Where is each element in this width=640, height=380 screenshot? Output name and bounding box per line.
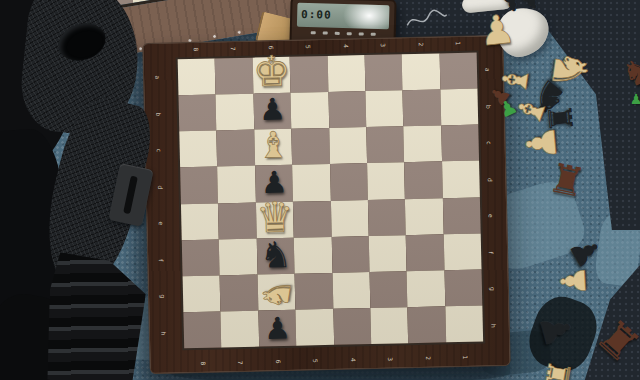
cable-squiggle (404, 6, 450, 35)
square-g4[interactable] (332, 272, 370, 309)
square-d4[interactable] (330, 163, 368, 200)
square-c7[interactable] (217, 130, 255, 167)
clock-button (346, 32, 351, 35)
square-b4[interactable] (328, 91, 366, 128)
clock-buttons (292, 31, 394, 37)
clock-lcd: 0:00 (297, 3, 390, 29)
file-label-right-b: b (485, 105, 492, 109)
file-label-left-b: b (155, 112, 162, 116)
square-b8[interactable] (178, 95, 216, 132)
brown-rook-standing[interactable]: ♜ (545, 157, 588, 204)
square-c8[interactable] (179, 131, 217, 168)
file-label-right-e: e (488, 214, 495, 218)
square-f4[interactable] (331, 236, 369, 273)
file-label-right-c: c (486, 141, 493, 144)
square-h7[interactable] (221, 310, 259, 347)
square-e8[interactable] (181, 203, 219, 240)
file-label-right-a: a (484, 68, 491, 72)
square-g7[interactable] (220, 274, 258, 311)
piece-black-knight-f6[interactable]: ♞ (259, 237, 292, 274)
piece-white-king-a6[interactable]: ♚ (252, 51, 291, 94)
piece-white-knight-g6-fallen[interactable]: ♞ (257, 276, 297, 313)
piece-black-pawn-b6[interactable]: ♟ (259, 94, 287, 125)
clock-time-display: 0:00 (301, 8, 332, 22)
square-e4[interactable] (330, 200, 368, 237)
square-g1[interactable] (444, 269, 482, 306)
file-label-right-d: d (487, 178, 494, 182)
square-f7[interactable] (219, 238, 257, 275)
square-f3[interactable] (369, 235, 407, 272)
ribbed-black-object (44, 252, 149, 380)
square-e3[interactable] (368, 199, 406, 236)
square-a2[interactable] (402, 53, 440, 90)
square-c2[interactable] (403, 126, 441, 163)
square-c1[interactable] (441, 125, 479, 162)
square-d7[interactable] (217, 166, 255, 203)
square-e2[interactable] (405, 198, 443, 235)
square-d8[interactable] (180, 167, 218, 204)
rank-label-top-8: 8 (193, 47, 200, 51)
file-label-right-h: h (490, 324, 497, 328)
square-e5[interactable] (293, 200, 331, 237)
rank-label-bottom-7: 7 (237, 360, 244, 364)
square-a7[interactable] (215, 58, 253, 95)
file-label-left-f: f (158, 259, 165, 261)
square-g2[interactable] (407, 270, 445, 307)
chessboard: 8877665544332211aabbccddeeffgghh ♚♟♝♟♛♞♞… (142, 35, 510, 374)
square-g3[interactable] (369, 271, 407, 308)
square-f5[interactable] (294, 237, 332, 274)
rank-label-bottom-3: 3 (387, 357, 394, 361)
square-b5[interactable] (291, 92, 329, 129)
square-g8[interactable] (183, 275, 221, 312)
file-label-left-a: a (154, 76, 161, 80)
board-grid: ♚♟♝♟♛♞♞♟ (178, 53, 483, 349)
scene: 0:00 8877665544332211aabbccddeeffgghh ♚♟… (0, 0, 640, 380)
file-label-right-f: f (488, 251, 495, 253)
file-label-right-g: g (489, 287, 496, 291)
square-h2[interactable] (408, 306, 446, 343)
square-a8[interactable] (178, 58, 216, 95)
square-a1[interactable] (439, 53, 477, 90)
square-f1[interactable] (443, 233, 481, 270)
rank-label-top-7: 7 (230, 47, 237, 51)
clock-glare (343, 3, 390, 29)
board-inner-frame: ♚♟♝♟♛♞♞♟ (176, 51, 486, 351)
piece-white-bishop-c6[interactable]: ♝ (257, 127, 290, 164)
rank-label-bottom-6: 6 (275, 360, 282, 364)
square-h1[interactable] (445, 305, 483, 342)
square-c5[interactable] (291, 128, 329, 165)
square-f8[interactable] (182, 239, 220, 276)
square-h4[interactable] (333, 308, 371, 345)
square-b3[interactable] (365, 90, 403, 127)
square-e1[interactable] (443, 197, 481, 234)
square-a5[interactable] (290, 56, 328, 93)
clock-button (334, 32, 339, 35)
clock-button (322, 31, 327, 34)
square-d2[interactable] (404, 162, 442, 199)
clock-button (310, 31, 315, 34)
square-f2[interactable] (406, 234, 444, 271)
square-e7[interactable] (218, 202, 256, 239)
rank-label-bottom-1: 1 (462, 355, 469, 359)
square-g5[interactable] (295, 273, 333, 310)
square-a3[interactable] (364, 54, 402, 91)
square-d3[interactable] (367, 163, 405, 200)
square-h8[interactable] (183, 311, 221, 348)
rank-label-top-4: 4 (343, 44, 350, 48)
file-label-left-g: g (159, 294, 166, 298)
clock-button (370, 33, 375, 36)
clock-button (358, 32, 363, 35)
square-c3[interactable] (366, 126, 404, 163)
rank-label-bottom-8: 8 (200, 361, 207, 365)
green-base-edge[interactable]: ♟ (630, 92, 640, 106)
square-b7[interactable] (216, 94, 254, 131)
square-c4[interactable] (329, 127, 367, 164)
square-d1[interactable] (442, 161, 480, 198)
rank-label-top-3: 3 (380, 43, 387, 47)
file-label-left-d: d (157, 185, 164, 189)
square-h5[interactable] (296, 309, 334, 346)
file-label-left-e: e (158, 222, 165, 226)
white-pawn-fallen-2[interactable]: ♟ (555, 265, 591, 297)
file-label-left-c: c (156, 149, 163, 152)
square-b1[interactable] (440, 89, 478, 126)
rank-label-bottom-2: 2 (425, 356, 432, 360)
square-h3[interactable] (370, 307, 408, 344)
rank-label-top-1: 1 (455, 41, 462, 45)
square-d5[interactable] (292, 164, 330, 201)
rank-label-bottom-5: 5 (312, 359, 319, 363)
square-a4[interactable] (327, 55, 365, 92)
black-box-slot (123, 176, 138, 215)
file-label-left-h: h (160, 331, 167, 335)
rank-label-top-5: 5 (305, 45, 312, 49)
piece-black-pawn-h6[interactable]: ♟ (264, 313, 292, 344)
rank-label-top-2: 2 (418, 42, 425, 46)
rank-label-bottom-4: 4 (350, 358, 357, 362)
square-b2[interactable] (403, 90, 441, 127)
